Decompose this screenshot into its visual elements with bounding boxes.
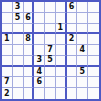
sudoku-cell-r3c6[interactable]: 1: [56, 24, 67, 35]
sudoku-cell-r8c4[interactable]: 6: [34, 77, 45, 88]
sudoku-cell-r4c1[interactable]: 1: [2, 34, 13, 45]
sudoku-cell-r5c1[interactable]: [2, 45, 13, 56]
sudoku-cell-r4c5[interactable]: [45, 34, 56, 45]
sudoku-cell-r4c7[interactable]: 2: [67, 34, 78, 45]
sudoku-cell-r4c6[interactable]: [56, 34, 67, 45]
sudoku-cell-r8c1[interactable]: 7: [2, 77, 13, 88]
sudoku-cell-r7c6[interactable]: [56, 67, 67, 78]
sudoku-cell-r9c7[interactable]: [67, 88, 78, 99]
sudoku-cell-r2c3[interactable]: 6: [24, 13, 35, 24]
sudoku-cell-r9c6[interactable]: [56, 88, 67, 99]
sudoku-cell-r5c5[interactable]: 7: [45, 45, 56, 56]
sudoku-cell-r4c9[interactable]: [88, 34, 99, 45]
sudoku-cell-r5c2[interactable]: [13, 45, 24, 56]
sudoku-cell-r3c1[interactable]: [2, 24, 13, 35]
sudoku-cell-r2c9[interactable]: [88, 13, 99, 24]
sudoku-cell-r3c7[interactable]: [67, 24, 78, 35]
sudoku-cell-r6c5[interactable]: 5: [45, 56, 56, 67]
sudoku-cell-r9c3[interactable]: [24, 88, 35, 99]
sudoku-cell-r5c3[interactable]: [24, 45, 35, 56]
sudoku-cell-r5c6[interactable]: [56, 45, 67, 56]
sudoku-cell-r9c2[interactable]: [13, 88, 24, 99]
sudoku-cell-r8c3[interactable]: [24, 77, 35, 88]
sudoku-cell-r9c8[interactable]: [77, 88, 88, 99]
sudoku-cell-r6c9[interactable]: [88, 56, 99, 67]
sudoku-board: 36561182743545762: [0, 0, 101, 101]
sudoku-cell-r1c6[interactable]: [56, 2, 67, 13]
sudoku-cell-r8c8[interactable]: [77, 77, 88, 88]
sudoku-cell-r6c6[interactable]: [56, 56, 67, 67]
sudoku-cell-r3c3[interactable]: [24, 24, 35, 35]
sudoku-cell-r1c5[interactable]: [45, 2, 56, 13]
sudoku-cell-r7c8[interactable]: 5: [77, 67, 88, 78]
sudoku-cell-r7c1[interactable]: [2, 67, 13, 78]
sudoku-cell-r8c5[interactable]: [45, 77, 56, 88]
sudoku-cell-r3c5[interactable]: [45, 24, 56, 35]
sudoku-cell-r1c4[interactable]: [34, 2, 45, 13]
sudoku-cell-r1c7[interactable]: 6: [67, 2, 78, 13]
sudoku-cell-r2c8[interactable]: [77, 13, 88, 24]
sudoku-cell-r3c4[interactable]: [34, 24, 45, 35]
sudoku-cell-r2c4[interactable]: [34, 13, 45, 24]
sudoku-cell-r5c7[interactable]: [67, 45, 78, 56]
sudoku-cell-r5c9[interactable]: [88, 45, 99, 56]
sudoku-cell-r3c9[interactable]: [88, 24, 99, 35]
sudoku-cell-r7c2[interactable]: [13, 67, 24, 78]
sudoku-cell-r1c3[interactable]: [24, 2, 35, 13]
sudoku-cell-r7c3[interactable]: [24, 67, 35, 78]
sudoku-cell-r1c2[interactable]: 3: [13, 2, 24, 13]
sudoku-cell-r1c9[interactable]: [88, 2, 99, 13]
sudoku-cell-r1c1[interactable]: [2, 2, 13, 13]
sudoku-cell-r5c8[interactable]: 4: [77, 45, 88, 56]
sudoku-cell-r9c9[interactable]: [88, 88, 99, 99]
sudoku-cell-r4c3[interactable]: 8: [24, 34, 35, 45]
sudoku-cell-r9c4[interactable]: [34, 88, 45, 99]
sudoku-cell-r2c1[interactable]: [2, 13, 13, 24]
sudoku-cell-r4c2[interactable]: [13, 34, 24, 45]
sudoku-cell-r9c1[interactable]: 2: [2, 88, 13, 99]
sudoku-cell-r7c7[interactable]: [67, 67, 78, 78]
sudoku-cell-r6c1[interactable]: [2, 56, 13, 67]
sudoku-cell-r6c3[interactable]: [24, 56, 35, 67]
sudoku-cell-r2c2[interactable]: 5: [13, 13, 24, 24]
sudoku-cell-r7c5[interactable]: [45, 67, 56, 78]
sudoku-cell-r8c6[interactable]: [56, 77, 67, 88]
sudoku-cell-r9c5[interactable]: [45, 88, 56, 99]
sudoku-cell-r4c4[interactable]: [34, 34, 45, 45]
sudoku-cell-r1c8[interactable]: [77, 2, 88, 13]
sudoku-cell-r8c2[interactable]: [13, 77, 24, 88]
sudoku-cell-r4c8[interactable]: [77, 34, 88, 45]
sudoku-cell-r6c4[interactable]: 3: [34, 56, 45, 67]
sudoku-cell-r3c2[interactable]: [13, 24, 24, 35]
sudoku-cell-r2c5[interactable]: [45, 13, 56, 24]
sudoku-cell-r6c8[interactable]: [77, 56, 88, 67]
sudoku-cell-r5c4[interactable]: [34, 45, 45, 56]
sudoku-cell-r6c7[interactable]: [67, 56, 78, 67]
sudoku-cell-r2c7[interactable]: [67, 13, 78, 24]
sudoku-cell-r7c4[interactable]: 4: [34, 67, 45, 78]
sudoku-cell-r6c2[interactable]: [13, 56, 24, 67]
sudoku-cell-r8c9[interactable]: [88, 77, 99, 88]
sudoku-cell-r3c8[interactable]: [77, 24, 88, 35]
sudoku-cell-r8c7[interactable]: [67, 77, 78, 88]
sudoku-cell-r7c9[interactable]: [88, 67, 99, 78]
sudoku-cell-r2c6[interactable]: [56, 13, 67, 24]
